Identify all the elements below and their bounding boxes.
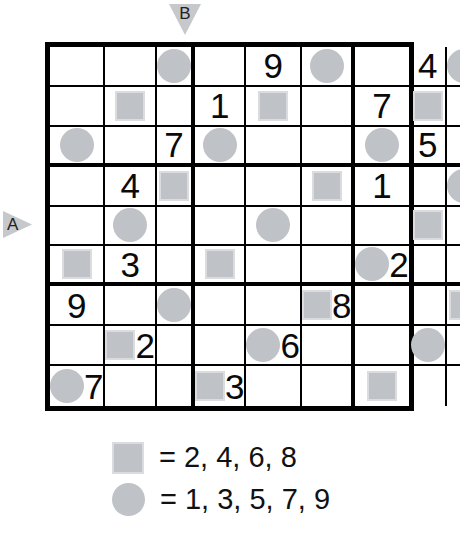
given-digit: 9 — [67, 288, 86, 323]
even-square-mark — [302, 290, 332, 320]
cell-r9c2[interactable] — [105, 366, 156, 406]
cell-r1c8[interactable]: 4 — [411, 47, 447, 87]
cell-r5c3[interactable] — [157, 207, 195, 247]
even-square-mark — [258, 91, 288, 121]
row-marker-a: A — [3, 211, 32, 238]
cell-r7c7[interactable] — [355, 286, 410, 326]
cell-r6c7[interactable]: 2 — [355, 246, 410, 286]
odd-circle-mark — [60, 128, 94, 162]
odd-circle-mark — [411, 328, 445, 362]
odd-circle-mark — [203, 128, 237, 162]
given-digit: 8 — [332, 288, 351, 323]
odd-circle-icon — [112, 483, 145, 516]
odd-circle-mark — [310, 49, 344, 83]
even-square-mark — [312, 171, 342, 201]
cell-r8c6[interactable] — [302, 326, 355, 366]
cell-r8c9[interactable] — [447, 326, 460, 366]
even-square-mark — [105, 330, 135, 360]
cell-r7c3[interactable] — [157, 286, 195, 326]
cell-r5c6[interactable] — [302, 207, 355, 247]
even-square-mark — [367, 371, 397, 401]
odd-circle-mark — [157, 49, 191, 83]
cell-r3c4[interactable] — [195, 127, 246, 167]
even-square-mark — [159, 171, 189, 201]
cell-r1c4[interactable] — [195, 47, 246, 87]
cell-r2c8[interactable] — [411, 87, 447, 127]
cell-r1c2[interactable] — [105, 47, 156, 87]
even-square-mark — [413, 210, 443, 240]
cell-r1c5[interactable]: 9 — [246, 47, 301, 87]
legend: = 2, 4, 6, 8 = 1, 3, 5, 7, 9 — [112, 441, 330, 525]
cell-r5c7[interactable] — [355, 207, 410, 247]
given-digit: 3 — [120, 247, 139, 282]
cell-r9c8[interactable] — [411, 366, 447, 406]
odd-rule-label: = 1, 3, 5, 7, 9 — [160, 483, 330, 516]
cell-r8c5[interactable]: 6 — [246, 326, 301, 366]
cell-r2c2[interactable] — [105, 87, 156, 127]
odd-circle-mark — [50, 369, 84, 403]
cell-r9c5[interactable] — [246, 366, 301, 406]
odd-circle-mark — [355, 247, 389, 281]
cell-r4c4[interactable] — [195, 167, 246, 207]
cell-r8c1[interactable] — [50, 326, 105, 366]
cell-r3c8[interactable]: 5 — [411, 127, 447, 167]
cell-r4c1[interactable] — [50, 167, 105, 207]
cell-r8c3[interactable] — [157, 326, 195, 366]
cell-r5c2[interactable] — [105, 207, 156, 247]
cell-r2c1[interactable] — [50, 87, 105, 127]
cell-r1c1[interactable] — [50, 47, 105, 87]
cell-r6c6[interactable] — [302, 246, 355, 286]
marker-b-label: B — [169, 4, 201, 23]
marker-a-label: A — [3, 211, 18, 238]
sudoku-board: 9417754132982673 — [45, 42, 414, 411]
odd-circle-mark — [365, 128, 399, 162]
even-square-mark — [413, 91, 443, 121]
odd-circle-mark — [447, 49, 460, 83]
cell-r6c1[interactable] — [50, 246, 105, 286]
cell-r9c9[interactable] — [447, 366, 460, 406]
cell-r4c2[interactable]: 4 — [105, 167, 156, 207]
cell-r8c4[interactable] — [195, 326, 246, 366]
cell-r8c2[interactable]: 2 — [105, 326, 156, 366]
cell-r2c5[interactable] — [246, 87, 301, 127]
cell-r2c7[interactable]: 7 — [355, 87, 410, 127]
cell-r1c7[interactable] — [355, 47, 410, 87]
cell-r9c6[interactable] — [302, 366, 355, 406]
cell-r5c9[interactable] — [447, 207, 460, 247]
cell-r9c3[interactable] — [157, 366, 195, 406]
cell-r8c7[interactable] — [355, 326, 410, 366]
cell-r3c9[interactable] — [447, 127, 460, 167]
cell-r6c5[interactable] — [246, 246, 301, 286]
cell-r5c4[interactable] — [195, 207, 246, 247]
given-digit: 3 — [225, 369, 244, 404]
cell-r6c9[interactable] — [447, 246, 460, 286]
cell-r3c6[interactable] — [302, 127, 355, 167]
cell-r8c8[interactable] — [411, 326, 447, 366]
cell-r7c6[interactable]: 8 — [302, 286, 355, 326]
cell-r3c1[interactable] — [50, 127, 105, 167]
given-digit: 6 — [280, 328, 299, 363]
even-square-icon — [112, 442, 144, 474]
odd-circle-mark — [246, 328, 280, 362]
legend-odd-row: = 1, 3, 5, 7, 9 — [112, 483, 330, 516]
given-digit: 4 — [418, 48, 437, 83]
cell-r4c3[interactable] — [157, 167, 195, 207]
cell-r9c4[interactable]: 3 — [195, 366, 246, 406]
legend-even-row: = 2, 4, 6, 8 — [112, 441, 330, 474]
cell-r3c7[interactable] — [355, 127, 410, 167]
even-rule-label: = 2, 4, 6, 8 — [159, 441, 297, 474]
odd-circle-mark — [113, 208, 147, 242]
cell-r2c9[interactable] — [447, 87, 460, 127]
cell-r6c2[interactable]: 3 — [105, 246, 156, 286]
cell-r7c5[interactable] — [246, 286, 301, 326]
given-digit: 9 — [263, 48, 282, 83]
cell-r6c4[interactable] — [195, 246, 246, 286]
given-digit: 5 — [418, 127, 437, 162]
cell-r3c5[interactable] — [246, 127, 301, 167]
cell-r4c9[interactable] — [447, 167, 460, 207]
cell-r4c7[interactable]: 1 — [355, 167, 410, 207]
cell-r5c5[interactable] — [246, 207, 301, 247]
given-digit: 2 — [389, 247, 408, 282]
odd-circle-mark — [157, 288, 191, 322]
cell-r9c7[interactable] — [355, 366, 410, 406]
cell-r2c4[interactable]: 1 — [195, 87, 246, 127]
odd-circle-mark — [256, 208, 290, 242]
given-digit: 7 — [84, 369, 103, 404]
even-square-mark — [62, 249, 92, 279]
cell-r5c8[interactable] — [411, 207, 447, 247]
cell-r1c3[interactable] — [157, 47, 195, 87]
cell-r3c2[interactable] — [105, 127, 156, 167]
even-square-mark — [195, 371, 225, 401]
cell-r1c9[interactable] — [447, 47, 460, 87]
cell-r6c3[interactable] — [157, 246, 195, 286]
cell-r4c5[interactable] — [246, 167, 301, 207]
given-digit: 1 — [372, 168, 391, 203]
cell-r7c8[interactable] — [411, 286, 447, 326]
cell-r4c6[interactable] — [302, 167, 355, 207]
given-digit: 7 — [164, 127, 183, 162]
even-square-mark — [115, 91, 145, 121]
cell-r7c4[interactable] — [195, 286, 246, 326]
given-digit: 7 — [372, 88, 391, 123]
cell-r1c6[interactable] — [302, 47, 355, 87]
given-digit: 2 — [135, 328, 154, 363]
even-square-mark — [205, 249, 235, 279]
cell-r7c2[interactable] — [105, 286, 156, 326]
cell-r9c1[interactable]: 7 — [50, 366, 105, 406]
cell-r7c9[interactable] — [447, 286, 460, 326]
given-digit: 4 — [120, 168, 139, 203]
given-digit: 1 — [210, 88, 229, 123]
column-marker-b: B — [169, 4, 201, 35]
odd-circle-mark — [447, 169, 460, 203]
even-square-mark — [449, 290, 460, 320]
cell-r2c3[interactable] — [157, 87, 195, 127]
cell-r3c3[interactable]: 7 — [157, 127, 195, 167]
cell-r5c1[interactable] — [50, 207, 105, 247]
cell-r2c6[interactable] — [302, 87, 355, 127]
cell-r4c8[interactable] — [411, 167, 447, 207]
cell-r7c1[interactable]: 9 — [50, 286, 105, 326]
cell-r6c8[interactable] — [411, 246, 447, 286]
